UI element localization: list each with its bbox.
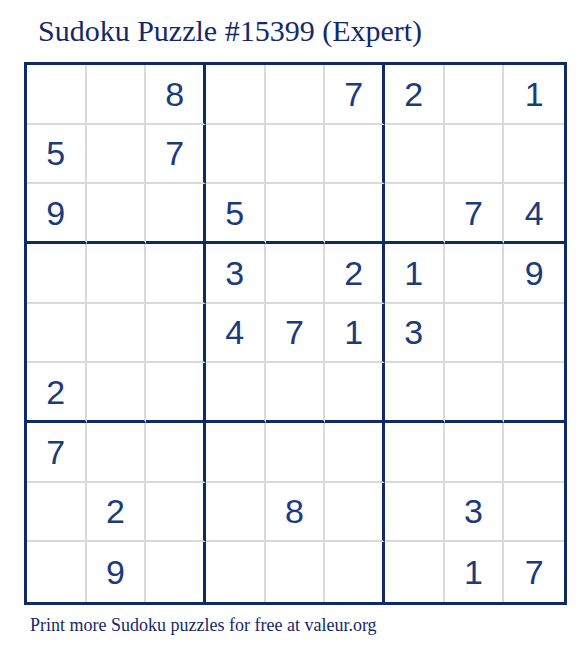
- cell-r8c9: [504, 483, 564, 543]
- cell-r5c2: [87, 304, 147, 364]
- cell-r5c5: 7: [266, 304, 326, 364]
- cell-r4c7: 1: [385, 244, 445, 304]
- cell-r8c3: [146, 483, 206, 543]
- cell-r5c9: [504, 304, 564, 364]
- cell-r7c4: [206, 423, 266, 483]
- cell-r6c3: [146, 363, 206, 423]
- cell-r5c8: [445, 304, 505, 364]
- cell-r3c5: [266, 184, 326, 244]
- cell-r9c5: [266, 542, 326, 602]
- cell-r8c4: [206, 483, 266, 543]
- cell-r7c6: [325, 423, 385, 483]
- cell-r9c4: [206, 542, 266, 602]
- cell-r1c2: [87, 65, 147, 125]
- cell-r7c5: [266, 423, 326, 483]
- cell-r2c7: [385, 125, 445, 185]
- cell-r7c7: [385, 423, 445, 483]
- cell-r4c6: 2: [325, 244, 385, 304]
- cell-r1c4: [206, 65, 266, 125]
- cell-r3c2: [87, 184, 147, 244]
- cell-r8c6: [325, 483, 385, 543]
- cell-r7c9: [504, 423, 564, 483]
- cell-r4c2: [87, 244, 147, 304]
- cell-r1c9: 1: [504, 65, 564, 125]
- cell-r7c3: [146, 423, 206, 483]
- cell-r5c3: [146, 304, 206, 364]
- page-title: Sudoku Puzzle #15399 (Expert): [38, 14, 422, 48]
- cell-r2c8: [445, 125, 505, 185]
- cell-r4c8: [445, 244, 505, 304]
- cell-r6c6: [325, 363, 385, 423]
- cell-r3c6: [325, 184, 385, 244]
- cell-r6c7: [385, 363, 445, 423]
- cell-r8c2: 2: [87, 483, 147, 543]
- cell-r2c4: [206, 125, 266, 185]
- cell-r2c1: 5: [27, 125, 87, 185]
- sudoku-grid: 87215795743219471327283917: [24, 62, 567, 605]
- cell-r6c4: [206, 363, 266, 423]
- cell-r2c5: [266, 125, 326, 185]
- cell-r3c9: 4: [504, 184, 564, 244]
- cell-r6c1: 2: [27, 363, 87, 423]
- cell-r1c1: [27, 65, 87, 125]
- cell-r3c8: 7: [445, 184, 505, 244]
- cell-r4c1: [27, 244, 87, 304]
- cell-r9c1: [27, 542, 87, 602]
- cell-r9c3: [146, 542, 206, 602]
- cell-r3c3: [146, 184, 206, 244]
- cell-r5c4: 4: [206, 304, 266, 364]
- cell-r7c2: [87, 423, 147, 483]
- cell-r3c7: [385, 184, 445, 244]
- cell-r5c1: [27, 304, 87, 364]
- cell-r1c3: 8: [146, 65, 206, 125]
- cell-r9c6: [325, 542, 385, 602]
- cell-r1c6: 7: [325, 65, 385, 125]
- cell-r8c5: 8: [266, 483, 326, 543]
- cell-r5c7: 3: [385, 304, 445, 364]
- cell-r4c4: 3: [206, 244, 266, 304]
- cell-r7c1: 7: [27, 423, 87, 483]
- cell-r9c9: 7: [504, 542, 564, 602]
- cell-r1c8: [445, 65, 505, 125]
- footer-text: Print more Sudoku puzzles for free at va…: [30, 615, 377, 636]
- cell-r2c9: [504, 125, 564, 185]
- cell-r6c5: [266, 363, 326, 423]
- cell-r3c4: 5: [206, 184, 266, 244]
- cell-r1c7: 2: [385, 65, 445, 125]
- cell-r9c2: 9: [87, 542, 147, 602]
- cell-r2c2: [87, 125, 147, 185]
- cell-r6c2: [87, 363, 147, 423]
- cell-r2c3: 7: [146, 125, 206, 185]
- cell-r8c1: [27, 483, 87, 543]
- cell-r2c6: [325, 125, 385, 185]
- cell-r4c3: [146, 244, 206, 304]
- cell-r8c7: [385, 483, 445, 543]
- cell-r4c9: 9: [504, 244, 564, 304]
- cell-r8c8: 3: [445, 483, 505, 543]
- cell-r9c7: [385, 542, 445, 602]
- cell-r3c1: 9: [27, 184, 87, 244]
- cell-r6c9: [504, 363, 564, 423]
- cell-r1c5: [266, 65, 326, 125]
- cell-r9c8: 1: [445, 542, 505, 602]
- cell-r6c8: [445, 363, 505, 423]
- cell-r7c8: [445, 423, 505, 483]
- cell-r5c6: 1: [325, 304, 385, 364]
- cell-r4c5: [266, 244, 326, 304]
